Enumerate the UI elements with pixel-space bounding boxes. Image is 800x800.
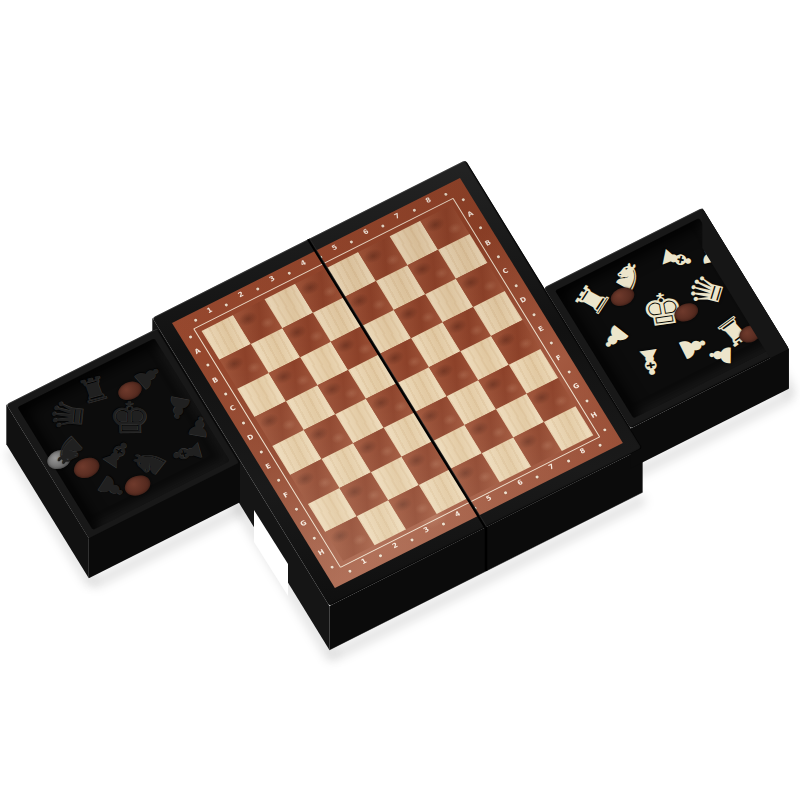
border-dot — [188, 335, 192, 339]
border-dot — [443, 193, 447, 197]
border-dot — [294, 507, 298, 511]
coord-left-A: A — [191, 346, 203, 357]
border-dot — [224, 392, 228, 396]
border-dot — [478, 226, 482, 230]
coord-left-F: F — [280, 490, 292, 501]
border-dot — [412, 208, 416, 212]
border-dot — [312, 536, 316, 540]
border-dot — [514, 284, 518, 288]
border-dot — [330, 565, 334, 569]
border-dot — [193, 319, 197, 323]
border-dot — [496, 255, 500, 259]
border-dot — [566, 459, 570, 463]
coord-left-C: C — [227, 403, 239, 414]
coord-top-8: 8 — [422, 195, 434, 206]
coord-left-E: E — [262, 461, 274, 472]
coord-left-B: B — [209, 375, 221, 386]
border-dot — [531, 313, 535, 317]
left-drawer-front-side — [89, 462, 240, 578]
coord-top-3: 3 — [266, 274, 278, 285]
border-dot — [460, 198, 464, 202]
border-dot — [503, 490, 507, 494]
border-dot — [378, 553, 382, 557]
coord-top-7: 7 — [391, 211, 403, 222]
chess-set-photo: ♜♛♞♚♟♟♝♞♟♝♟ ♜♞♝♚♛♟♝♟♜♟♟ 1234567812345678… — [0, 0, 800, 800]
border-dot — [584, 399, 588, 403]
border-dot — [287, 271, 291, 275]
border-dot — [567, 370, 571, 374]
border-dot — [349, 240, 353, 244]
border-dot — [224, 303, 228, 307]
coord-left-D: D — [245, 432, 257, 443]
coord-left-G: G — [298, 518, 310, 529]
coord-top-4: 4 — [297, 258, 309, 269]
border-dot — [277, 478, 281, 482]
border-dot — [256, 287, 260, 291]
coord-top-5: 5 — [329, 242, 341, 253]
coord-top-6: 6 — [360, 227, 372, 238]
coord-top-1: 1 — [204, 305, 216, 316]
border-dot — [259, 450, 263, 454]
border-dot — [206, 363, 210, 367]
left-drawer-end-side — [6, 404, 89, 578]
coord-top-2: 2 — [235, 289, 247, 300]
border-dot — [597, 443, 601, 447]
coord-left-H: H — [315, 547, 327, 558]
border-dot — [535, 475, 539, 479]
right-drawer-front-side — [630, 349, 788, 469]
border-dot — [410, 538, 414, 542]
border-dot — [549, 341, 553, 345]
border-dot — [241, 421, 245, 425]
border-dot — [347, 569, 351, 573]
border-dot — [602, 428, 606, 432]
border-dot — [441, 522, 445, 526]
border-dot — [381, 224, 385, 228]
